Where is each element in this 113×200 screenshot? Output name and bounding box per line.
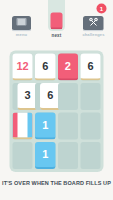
next-label: next (42, 33, 72, 38)
board-cell (13, 113, 33, 140)
challenges-label: challenges (76, 33, 111, 38)
threes-app: next menu (0, 0, 113, 200)
menu-list-icon (15, 18, 28, 29)
board-cell: 1 (35, 142, 55, 169)
board-cell: 6 (35, 83, 55, 110)
board-cell (58, 113, 78, 140)
menu-label: menu (7, 33, 36, 38)
board-cell (58, 142, 78, 169)
board-cell: 6 (35, 54, 55, 81)
board-cell: 12 (13, 54, 33, 81)
board-cell (80, 142, 100, 169)
board-cell: 6 (80, 54, 100, 81)
tile-6[interactable]: 6 (35, 54, 55, 81)
tutorial-caption: IT'S OVER WHEN THE BOARD FILLS UP (0, 180, 113, 186)
board-cell (13, 142, 33, 169)
board-cell: 3 (13, 83, 33, 110)
board-cell: 2 (58, 54, 78, 81)
crossed-lollipops-icon (87, 17, 100, 29)
challenges-button[interactable] (83, 16, 104, 32)
tile-12[interactable]: 12 (13, 54, 33, 81)
board-grid[interactable]: 126263611 (13, 54, 101, 170)
game-screen: next menu (0, 0, 113, 200)
tile-2[interactable]: 2 (58, 54, 78, 81)
tile-6[interactable]: 6 (80, 54, 100, 81)
tile-1[interactable]: 1 (35, 113, 55, 140)
next-card-tile (51, 13, 63, 30)
merging-tile[interactable] (13, 113, 33, 140)
tile-1[interactable]: 1 (35, 142, 55, 169)
challenges-notification-badge: 1 (97, 4, 107, 14)
game-board[interactable]: 126263611 (10, 51, 104, 173)
menu-button[interactable] (12, 16, 31, 32)
board-cell (58, 83, 78, 110)
board-cell (80, 83, 100, 110)
board-cell (80, 113, 100, 140)
board-cell: 1 (35, 113, 55, 140)
